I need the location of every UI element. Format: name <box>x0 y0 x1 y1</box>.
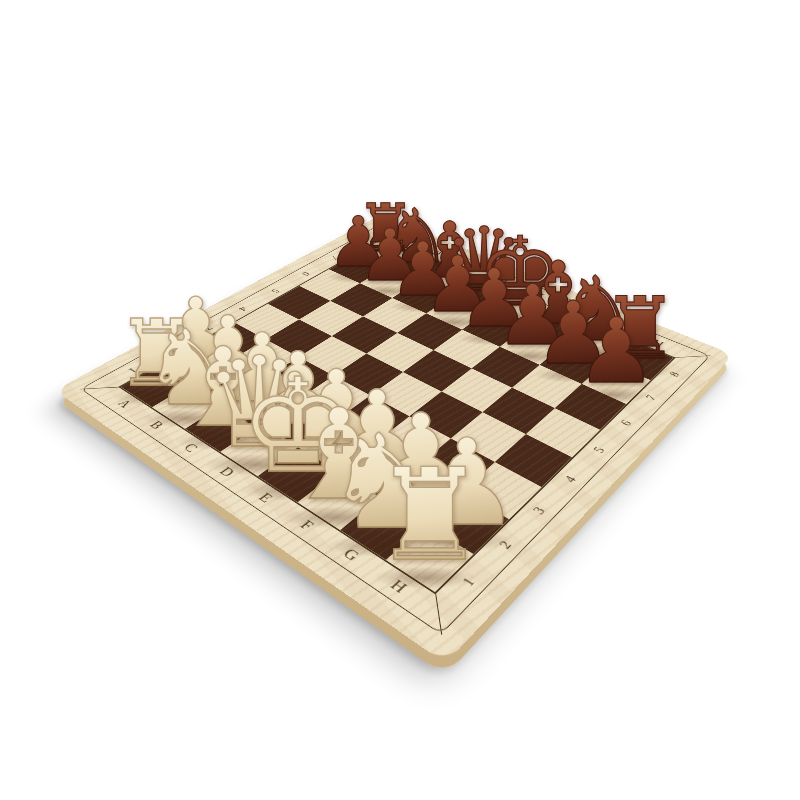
piece-dark-pawn-h7[interactable]: ♟ <box>576 306 657 396</box>
piece-white-rook-h1[interactable]: ♜ <box>373 451 487 578</box>
white-rook-glyph: ♜ <box>373 451 487 578</box>
pieces-layer: ♜♞♝♛♚♝♞♜♟♟♟♟♟♟♟♟♟♟♟♟♟♟♟♟♜♞♝♛♚♝♞♜ <box>0 0 800 800</box>
photo-scene: AA11BB22CC33DD44EE55FF66GG77HH88 ♜♞♝♛♚♝♞… <box>0 0 800 800</box>
dark-pawn-glyph: ♟ <box>576 306 657 396</box>
